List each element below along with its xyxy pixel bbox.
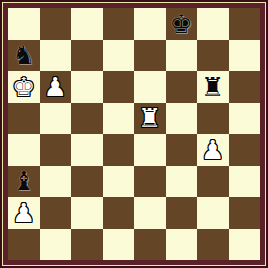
piece-white-rook[interactable]: ♜ [138,105,161,131]
piece-white-pawn[interactable]: ♟ [44,74,67,100]
chess-board: ♚♞♚♟♜♜♟♝♟ [8,8,260,260]
square-g2[interactable] [197,197,229,229]
square-b8[interactable] [40,8,72,40]
square-f8[interactable]: ♚ [166,8,198,40]
square-c1[interactable] [71,229,103,261]
square-g1[interactable] [197,229,229,261]
square-a2[interactable]: ♟ [8,197,40,229]
square-b2[interactable] [40,197,72,229]
piece-white-king[interactable]: ♚ [12,74,35,100]
square-a3[interactable]: ♝ [8,166,40,198]
square-b1[interactable] [40,229,72,261]
square-a6[interactable]: ♚ [8,71,40,103]
square-h2[interactable] [229,197,261,229]
square-g8[interactable] [197,8,229,40]
square-g7[interactable] [197,40,229,72]
square-h3[interactable] [229,166,261,198]
square-a1[interactable] [8,229,40,261]
square-b3[interactable] [40,166,72,198]
piece-black-rook[interactable]: ♜ [201,74,224,100]
square-d1[interactable] [103,229,135,261]
piece-black-knight[interactable]: ♞ [12,42,35,68]
board-frame: ♚♞♚♟♜♜♟♝♟ [0,0,268,268]
square-e6[interactable] [134,71,166,103]
square-c6[interactable] [71,71,103,103]
square-c2[interactable] [71,197,103,229]
square-h1[interactable] [229,229,261,261]
piece-black-bishop[interactable]: ♝ [12,168,35,194]
square-f5[interactable] [166,103,198,135]
square-d4[interactable] [103,134,135,166]
square-e3[interactable] [134,166,166,198]
square-a5[interactable] [8,103,40,135]
square-a7[interactable]: ♞ [8,40,40,72]
square-f2[interactable] [166,197,198,229]
square-c3[interactable] [71,166,103,198]
square-h7[interactable] [229,40,261,72]
square-b4[interactable] [40,134,72,166]
square-c8[interactable] [71,8,103,40]
square-b5[interactable] [40,103,72,135]
piece-white-pawn[interactable]: ♟ [12,200,35,226]
square-d3[interactable] [103,166,135,198]
square-d6[interactable] [103,71,135,103]
square-f6[interactable] [166,71,198,103]
square-f7[interactable] [166,40,198,72]
square-f4[interactable] [166,134,198,166]
square-b6[interactable]: ♟ [40,71,72,103]
square-h4[interactable] [229,134,261,166]
square-f1[interactable] [166,229,198,261]
square-e2[interactable] [134,197,166,229]
square-h6[interactable] [229,71,261,103]
square-g6[interactable]: ♜ [197,71,229,103]
square-c4[interactable] [71,134,103,166]
square-e7[interactable] [134,40,166,72]
square-e8[interactable] [134,8,166,40]
square-g5[interactable] [197,103,229,135]
square-h5[interactable] [229,103,261,135]
square-h8[interactable] [229,8,261,40]
square-d5[interactable] [103,103,135,135]
square-d8[interactable] [103,8,135,40]
square-g3[interactable] [197,166,229,198]
square-d2[interactable] [103,197,135,229]
square-e4[interactable] [134,134,166,166]
square-a8[interactable] [8,8,40,40]
square-e5[interactable]: ♜ [134,103,166,135]
piece-white-pawn[interactable]: ♟ [201,137,224,163]
square-c5[interactable] [71,103,103,135]
square-f3[interactable] [166,166,198,198]
square-g4[interactable]: ♟ [197,134,229,166]
piece-black-king[interactable]: ♚ [170,11,193,37]
square-b7[interactable] [40,40,72,72]
square-c7[interactable] [71,40,103,72]
square-d7[interactable] [103,40,135,72]
square-a4[interactable] [8,134,40,166]
square-e1[interactable] [134,229,166,261]
